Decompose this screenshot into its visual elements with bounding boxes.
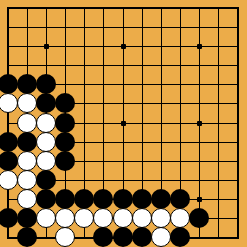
star-point: [197, 121, 202, 126]
black-stone[interactable]: [93, 227, 113, 247]
black-stone[interactable]: [55, 189, 75, 209]
star-point: [197, 197, 202, 202]
black-stone[interactable]: [170, 189, 190, 209]
white-stone[interactable]: [36, 208, 56, 228]
black-stone[interactable]: [17, 227, 37, 247]
black-stone[interactable]: [36, 189, 56, 209]
white-stone[interactable]: [17, 189, 37, 209]
star-point: [121, 121, 126, 126]
white-stone[interactable]: [0, 170, 18, 190]
black-stone[interactable]: [0, 151, 18, 171]
black-stone[interactable]: [55, 132, 75, 152]
white-stone[interactable]: [36, 113, 56, 133]
star-point: [121, 44, 126, 49]
black-stone[interactable]: [17, 208, 37, 228]
black-stone[interactable]: [132, 227, 152, 247]
go-board[interactable]: [0, 0, 247, 247]
black-stone[interactable]: [113, 227, 133, 247]
white-stone[interactable]: [17, 170, 37, 190]
white-stone[interactable]: [170, 208, 190, 228]
white-stone[interactable]: [36, 151, 56, 171]
white-stone[interactable]: [151, 208, 171, 228]
black-stone[interactable]: [36, 170, 56, 190]
black-stone[interactable]: [55, 151, 75, 171]
black-stone[interactable]: [0, 132, 18, 152]
star-point: [197, 44, 202, 49]
black-stone[interactable]: [151, 189, 171, 209]
black-stone[interactable]: [189, 208, 209, 228]
black-stone[interactable]: [170, 227, 190, 247]
star-point: [44, 44, 49, 49]
white-stone[interactable]: [151, 227, 171, 247]
white-stone[interactable]: [55, 227, 75, 247]
black-stone[interactable]: [17, 132, 37, 152]
black-stone[interactable]: [132, 189, 152, 209]
grid-line-vertical: [218, 8, 219, 237]
white-stone[interactable]: [113, 208, 133, 228]
white-stone[interactable]: [17, 113, 37, 133]
black-stone[interactable]: [55, 113, 75, 133]
white-stone[interactable]: [132, 208, 152, 228]
white-stone[interactable]: [17, 151, 37, 171]
black-stone[interactable]: [113, 189, 133, 209]
go-diagram: [0, 0, 247, 247]
white-stone[interactable]: [36, 132, 56, 152]
